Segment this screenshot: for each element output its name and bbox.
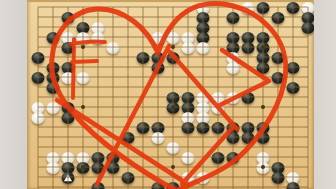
white-stone xyxy=(77,72,90,84)
black-stone xyxy=(107,162,120,174)
white-stone xyxy=(32,112,45,124)
black-stone xyxy=(137,52,150,64)
white-stone xyxy=(77,32,90,44)
white-stone xyxy=(47,162,60,174)
white-stone xyxy=(257,162,270,174)
black-stone xyxy=(152,62,165,74)
black-stone xyxy=(287,182,300,189)
black-stone xyxy=(212,122,225,134)
white-stone xyxy=(197,172,210,184)
black-stone xyxy=(167,182,180,189)
white-stone xyxy=(242,2,255,14)
white-stone xyxy=(167,32,180,44)
black-stone xyxy=(287,2,300,14)
white-stone xyxy=(182,152,195,164)
black-stone xyxy=(32,52,45,64)
black-stone xyxy=(167,102,180,114)
black-stone xyxy=(272,172,285,184)
black-stone xyxy=(212,152,225,164)
letterbox-left xyxy=(0,0,27,189)
black-stone xyxy=(227,152,240,164)
black-stone xyxy=(242,132,255,144)
black-stone xyxy=(92,182,105,189)
white-stone xyxy=(107,42,120,54)
black-stone xyxy=(287,62,300,74)
white-stone xyxy=(47,102,60,114)
triangle-marker xyxy=(64,174,72,181)
black-stone xyxy=(227,132,240,144)
black-stone xyxy=(62,42,75,54)
stones-layer xyxy=(0,0,336,189)
black-stone xyxy=(122,132,135,144)
white-stone xyxy=(182,172,195,184)
black-stone xyxy=(242,42,255,54)
black-stone xyxy=(152,182,165,189)
black-stone xyxy=(62,112,75,124)
black-stone xyxy=(77,162,90,174)
black-stone xyxy=(272,72,285,84)
black-stone xyxy=(257,132,270,144)
white-stone xyxy=(182,42,195,54)
black-stone xyxy=(167,52,180,64)
black-stone xyxy=(182,122,195,134)
black-stone xyxy=(62,12,75,24)
black-stone xyxy=(197,122,210,134)
black-stone xyxy=(257,2,270,14)
black-stone xyxy=(47,82,60,94)
letterbox-right xyxy=(314,0,336,189)
black-stone xyxy=(32,72,45,84)
white-stone xyxy=(227,62,240,74)
black-stone xyxy=(257,62,270,74)
white-stone xyxy=(62,72,75,84)
white-stone xyxy=(152,32,165,44)
black-stone xyxy=(272,52,285,64)
white-stone xyxy=(167,142,180,154)
black-stone xyxy=(302,22,315,34)
black-stone xyxy=(272,12,285,24)
black-stone xyxy=(287,82,300,94)
black-stone xyxy=(227,12,240,24)
black-stone xyxy=(137,122,150,134)
black-stone xyxy=(92,162,105,174)
white-stone xyxy=(92,32,105,44)
black-stone xyxy=(122,172,135,184)
video-frame: Photographed 19x19 go board covered in s… xyxy=(0,0,336,189)
white-stone xyxy=(152,132,165,144)
white-stone xyxy=(197,42,210,54)
white-stone xyxy=(227,92,240,104)
black-stone xyxy=(47,32,60,44)
black-stone xyxy=(242,92,255,104)
white-stone xyxy=(212,102,225,114)
